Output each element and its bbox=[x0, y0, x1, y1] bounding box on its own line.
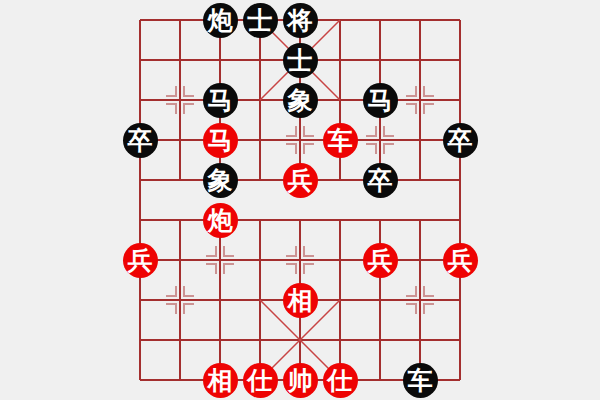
piece-black-soldier[interactable]: 卒 bbox=[443, 123, 478, 158]
piece-red-soldier[interactable]: 兵 bbox=[283, 163, 318, 198]
piece-black-elephant[interactable]: 象 bbox=[203, 163, 238, 198]
piece-red-chariot[interactable]: 车 bbox=[323, 123, 358, 158]
xiangqi-board: 炮士将士马象马卒马车卒象兵卒炮兵兵兵相相仕帅仕车 bbox=[0, 0, 600, 400]
piece-red-elephant[interactable]: 相 bbox=[203, 363, 238, 398]
piece-red-cannon[interactable]: 炮 bbox=[203, 203, 238, 238]
piece-black-advisor[interactable]: 士 bbox=[243, 3, 278, 38]
piece-red-elephant[interactable]: 相 bbox=[283, 283, 318, 318]
piece-red-soldier[interactable]: 兵 bbox=[363, 243, 398, 278]
piece-black-advisor[interactable]: 士 bbox=[283, 43, 318, 78]
piece-red-soldier[interactable]: 兵 bbox=[123, 243, 158, 278]
piece-black-general[interactable]: 将 bbox=[283, 3, 318, 38]
piece-black-chariot[interactable]: 车 bbox=[403, 363, 438, 398]
piece-red-horse[interactable]: 马 bbox=[203, 123, 238, 158]
pieces-layer: 炮士将士马象马卒马车卒象兵卒炮兵兵兵相相仕帅仕车 bbox=[0, 0, 600, 400]
piece-red-soldier[interactable]: 兵 bbox=[443, 243, 478, 278]
piece-red-advisor[interactable]: 仕 bbox=[243, 363, 278, 398]
piece-red-advisor[interactable]: 仕 bbox=[323, 363, 358, 398]
piece-black-soldier[interactable]: 卒 bbox=[123, 123, 158, 158]
piece-black-soldier[interactable]: 卒 bbox=[363, 163, 398, 198]
piece-black-cannon[interactable]: 炮 bbox=[203, 3, 238, 38]
piece-black-elephant[interactable]: 象 bbox=[283, 83, 318, 118]
piece-black-horse[interactable]: 马 bbox=[363, 83, 398, 118]
piece-red-general[interactable]: 帅 bbox=[283, 363, 318, 398]
piece-black-horse[interactable]: 马 bbox=[203, 83, 238, 118]
